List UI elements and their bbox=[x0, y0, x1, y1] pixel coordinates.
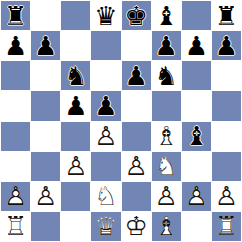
square-e4[interactable] bbox=[122, 122, 151, 151]
square-g3[interactable] bbox=[182, 152, 211, 181]
square-b8[interactable] bbox=[31, 1, 60, 30]
black-king[interactable]: ♚ bbox=[122, 1, 151, 30]
piece-outline-layer: ♙ bbox=[182, 182, 211, 211]
white-pawn[interactable]: ♟♙ bbox=[61, 152, 90, 181]
square-c2[interactable] bbox=[61, 182, 90, 211]
piece-outline-layer: ♙ bbox=[122, 152, 151, 181]
square-b1[interactable] bbox=[31, 212, 60, 241]
black-knight[interactable]: ♞ bbox=[61, 61, 90, 90]
square-f7[interactable]: ♟ bbox=[152, 31, 181, 60]
square-d2[interactable]: ♞♘ bbox=[91, 182, 120, 211]
square-c4[interactable] bbox=[61, 122, 90, 151]
square-f8[interactable]: ♝ bbox=[152, 1, 181, 30]
piece-fill-layer: ♟ bbox=[152, 31, 181, 60]
square-g2[interactable]: ♟♙ bbox=[182, 182, 211, 211]
piece-outline-layer: ♗ bbox=[152, 212, 181, 241]
square-a4[interactable] bbox=[1, 122, 30, 151]
square-f1[interactable]: ♝♗ bbox=[152, 212, 181, 241]
piece-fill-layer: ♝ bbox=[182, 122, 211, 151]
square-g7[interactable]: ♟ bbox=[182, 31, 211, 60]
square-e1[interactable]: ♚♔ bbox=[122, 212, 151, 241]
square-h6[interactable] bbox=[212, 61, 241, 90]
piece-outline-layer: ♘ bbox=[152, 152, 181, 181]
square-a3[interactable] bbox=[1, 152, 30, 181]
square-a2[interactable]: ♟♙ bbox=[1, 182, 30, 211]
piece-outline-layer: ♙ bbox=[91, 122, 120, 151]
white-knight[interactable]: ♞♘ bbox=[91, 182, 120, 211]
black-pawn[interactable]: ♟ bbox=[122, 61, 151, 90]
square-a6[interactable] bbox=[1, 61, 30, 90]
square-f5[interactable] bbox=[152, 91, 181, 120]
square-d8[interactable]: ♛ bbox=[91, 1, 120, 30]
square-d1[interactable]: ♛♕ bbox=[91, 212, 120, 241]
square-c8[interactable] bbox=[61, 1, 90, 30]
square-g6[interactable] bbox=[182, 61, 211, 90]
black-pawn[interactable]: ♟ bbox=[212, 31, 241, 60]
square-h7[interactable]: ♟ bbox=[212, 31, 241, 60]
piece-fill-layer: ♟ bbox=[182, 31, 211, 60]
square-a7[interactable]: ♟ bbox=[1, 31, 30, 60]
square-c7[interactable] bbox=[61, 31, 90, 60]
white-pawn[interactable]: ♟♙ bbox=[212, 182, 241, 211]
chess-board: ♜♛♚♝♜♟♟♟♟♟♞♟♞♟♟♟♙♝♗♝♟♙♟♙♞♘♟♙♟♙♞♘♟♙♟♙♟♙♜♖… bbox=[0, 0, 242, 242]
white-king[interactable]: ♚♔ bbox=[122, 212, 151, 241]
white-pawn[interactable]: ♟♙ bbox=[182, 182, 211, 211]
square-h2[interactable]: ♟♙ bbox=[212, 182, 241, 211]
piece-fill-layer: ♞ bbox=[61, 61, 90, 90]
chessboard-screenshot: ♜♛♚♝♜♟♟♟♟♟♞♟♞♟♟♟♙♝♗♝♟♙♟♙♞♘♟♙♟♙♞♘♟♙♟♙♟♙♜♖… bbox=[0, 0, 242, 242]
black-bishop[interactable]: ♝ bbox=[152, 1, 181, 30]
piece-outline-layer: ♙ bbox=[31, 182, 60, 211]
square-h5[interactable] bbox=[212, 91, 241, 120]
white-queen[interactable]: ♛♕ bbox=[91, 212, 120, 241]
square-h3[interactable] bbox=[212, 152, 241, 181]
piece-fill-layer: ♟ bbox=[31, 31, 60, 60]
white-rook[interactable]: ♜♖ bbox=[212, 212, 241, 241]
black-queen[interactable]: ♛ bbox=[91, 1, 120, 30]
black-pawn[interactable]: ♟ bbox=[31, 31, 60, 60]
piece-outline-layer: ♙ bbox=[212, 182, 241, 211]
square-d5[interactable]: ♟ bbox=[91, 91, 120, 120]
black-pawn[interactable]: ♟ bbox=[152, 31, 181, 60]
square-b3[interactable] bbox=[31, 152, 60, 181]
square-c6[interactable]: ♞ bbox=[61, 61, 90, 90]
square-d6[interactable] bbox=[91, 61, 120, 90]
square-b6[interactable] bbox=[31, 61, 60, 90]
square-d3[interactable] bbox=[91, 152, 120, 181]
square-e7[interactable] bbox=[122, 31, 151, 60]
piece-outline-layer: ♙ bbox=[152, 182, 181, 211]
square-h4[interactable] bbox=[212, 122, 241, 151]
square-e6[interactable]: ♟ bbox=[122, 61, 151, 90]
black-pawn[interactable]: ♟ bbox=[61, 91, 90, 120]
square-b7[interactable]: ♟ bbox=[31, 31, 60, 60]
square-c1[interactable] bbox=[61, 212, 90, 241]
square-e3[interactable]: ♟♙ bbox=[122, 152, 151, 181]
square-e8[interactable]: ♚ bbox=[122, 1, 151, 30]
white-pawn[interactable]: ♟♙ bbox=[91, 122, 120, 151]
square-a1[interactable]: ♜♖ bbox=[1, 212, 30, 241]
square-b5[interactable] bbox=[31, 91, 60, 120]
white-pawn[interactable]: ♟♙ bbox=[122, 152, 151, 181]
square-c3[interactable]: ♟♙ bbox=[61, 152, 90, 181]
square-h8[interactable]: ♜ bbox=[212, 1, 241, 30]
white-pawn[interactable]: ♟♙ bbox=[152, 182, 181, 211]
piece-fill-layer: ♟ bbox=[1, 31, 30, 60]
piece-outline-layer: ♙ bbox=[1, 182, 30, 211]
piece-fill-layer: ♟ bbox=[122, 61, 151, 90]
piece-outline-layer: ♙ bbox=[61, 152, 90, 181]
piece-fill-layer: ♟ bbox=[212, 31, 241, 60]
square-f6[interactable]: ♞ bbox=[152, 61, 181, 90]
white-knight[interactable]: ♞♘ bbox=[152, 152, 181, 181]
square-d4[interactable]: ♟♙ bbox=[91, 122, 120, 151]
square-c5[interactable]: ♟ bbox=[61, 91, 90, 120]
square-e2[interactable] bbox=[122, 182, 151, 211]
square-b2[interactable]: ♟♙ bbox=[31, 182, 60, 211]
white-bishop[interactable]: ♝♗ bbox=[152, 122, 181, 151]
piece-fill-layer: ♟ bbox=[91, 91, 120, 120]
piece-fill-layer: ♛ bbox=[91, 1, 120, 30]
piece-fill-layer: ♝ bbox=[152, 1, 181, 30]
black-pawn[interactable]: ♟ bbox=[91, 91, 120, 120]
piece-fill-layer: ♚ bbox=[122, 1, 151, 30]
white-pawn[interactable]: ♟♙ bbox=[31, 182, 60, 211]
black-knight[interactable]: ♞ bbox=[152, 61, 181, 90]
white-rook[interactable]: ♜♖ bbox=[1, 212, 30, 241]
piece-outline-layer: ♕ bbox=[91, 212, 120, 241]
piece-outline-layer: ♔ bbox=[122, 212, 151, 241]
white-bishop[interactable]: ♝♗ bbox=[152, 212, 181, 241]
square-g4[interactable]: ♝ bbox=[182, 122, 211, 151]
black-rook[interactable]: ♜ bbox=[1, 1, 30, 30]
piece-fill-layer: ♞ bbox=[152, 61, 181, 90]
square-f4[interactable]: ♝♗ bbox=[152, 122, 181, 151]
piece-fill-layer: ♜ bbox=[212, 1, 241, 30]
square-e5[interactable] bbox=[122, 91, 151, 120]
piece-outline-layer: ♗ bbox=[152, 122, 181, 151]
square-b4[interactable] bbox=[31, 122, 60, 151]
square-a8[interactable]: ♜ bbox=[1, 1, 30, 30]
square-h1[interactable]: ♜♖ bbox=[212, 212, 241, 241]
black-bishop[interactable]: ♝ bbox=[182, 122, 211, 151]
square-a5[interactable] bbox=[1, 91, 30, 120]
square-f2[interactable]: ♟♙ bbox=[152, 182, 181, 211]
piece-outline-layer: ♘ bbox=[91, 182, 120, 211]
black-rook[interactable]: ♜ bbox=[212, 1, 241, 30]
piece-outline-layer: ♖ bbox=[1, 212, 30, 241]
black-pawn[interactable]: ♟ bbox=[1, 31, 30, 60]
square-g1[interactable] bbox=[182, 212, 211, 241]
piece-outline-layer: ♖ bbox=[212, 212, 241, 241]
square-g5[interactable] bbox=[182, 91, 211, 120]
square-d7[interactable] bbox=[91, 31, 120, 60]
piece-fill-layer: ♜ bbox=[1, 1, 30, 30]
black-pawn[interactable]: ♟ bbox=[182, 31, 211, 60]
square-f3[interactable]: ♞♘ bbox=[152, 152, 181, 181]
square-g8[interactable] bbox=[182, 1, 211, 30]
piece-fill-layer: ♟ bbox=[61, 91, 90, 120]
white-pawn[interactable]: ♟♙ bbox=[1, 182, 30, 211]
